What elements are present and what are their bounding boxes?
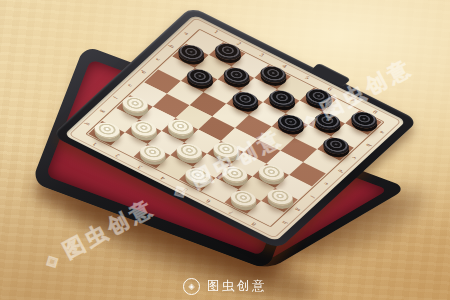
watermark-brand-text: 图虫创意 (207, 278, 267, 295)
gem-icon: ◈ (188, 283, 194, 291)
photo-scene: 1122334455667788aabbccddeeffgghh ◈图虫创意 ◈… (0, 0, 450, 300)
stock-watermark: ◈ 图虫创意 (0, 278, 450, 295)
gem-in-circle-icon: ◈ (183, 278, 200, 295)
gem-icon: ◈ (41, 247, 65, 273)
